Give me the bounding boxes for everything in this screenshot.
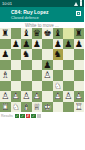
piece-outline: ♘ xyxy=(53,81,64,92)
square-h2[interactable]: ♟♙ xyxy=(74,91,85,102)
piece-outline: ♖ xyxy=(0,102,11,113)
piece-outline: ♖ xyxy=(74,102,85,113)
square-a5[interactable] xyxy=(0,60,11,71)
square-e6[interactable] xyxy=(42,49,53,60)
square-f8[interactable]: ♝ xyxy=(53,28,64,39)
piece-white-rook[interactable]: ♜♖ xyxy=(74,102,85,113)
square-b6[interactable] xyxy=(11,49,22,60)
square-c1[interactable]: ♝♗ xyxy=(21,102,32,113)
piece-black-pawn[interactable]: ♟ xyxy=(63,39,74,50)
status-time: 10:01 xyxy=(2,0,12,7)
piece-white-queen[interactable]: ♛♕ xyxy=(32,102,43,113)
square-e2[interactable] xyxy=(42,91,53,102)
square-c3[interactable] xyxy=(21,81,32,92)
square-f4[interactable] xyxy=(53,70,64,81)
square-h5[interactable] xyxy=(74,60,85,71)
result-3-incorrect: ✗ xyxy=(26,114,31,119)
square-e7[interactable] xyxy=(42,39,53,50)
square-c2[interactable]: ♟♙ xyxy=(21,91,32,102)
piece-black-bishop[interactable]: ♝ xyxy=(53,28,64,39)
square-g5[interactable] xyxy=(63,60,74,71)
piece-white-pawn[interactable]: ♟♙ xyxy=(63,91,74,102)
piece-black-knight[interactable]: ♞ xyxy=(53,49,64,60)
chess-board[interactable]: ♜♝♛♚♝♜♟♟♟♟♟♟♟♞♞♟♝♗♟♙♞♘♟♙♟♙♟♙♟♙♟♙♟♙♟♙♜♖♞♘… xyxy=(0,28,84,112)
square-f1[interactable] xyxy=(53,102,64,113)
square-g1[interactable] xyxy=(63,102,74,113)
piece-black-rook[interactable]: ♜ xyxy=(74,28,85,39)
piece-white-bishop[interactable]: ♝♗ xyxy=(0,70,11,81)
result-1-correct: ✓ xyxy=(15,114,20,119)
square-e5[interactable]: ♟ xyxy=(42,60,53,71)
square-a4[interactable]: ♝♗ xyxy=(0,70,11,81)
square-h6[interactable] xyxy=(74,49,85,60)
square-b2[interactable]: ♟♙ xyxy=(11,91,22,102)
piece-white-pawn[interactable]: ♟♙ xyxy=(0,91,11,102)
results-row: Results ✓✓✗✓ xyxy=(0,112,84,120)
piece-white-rook[interactable]: ♜♖ xyxy=(0,102,11,113)
piece-outline: ♕ xyxy=(32,102,43,113)
square-b1[interactable]: ♞♘ xyxy=(11,102,22,113)
piece-black-knight[interactable]: ♞ xyxy=(21,49,32,60)
square-e4[interactable]: ♟♙ xyxy=(42,70,53,81)
page-subtitle: Closed defence xyxy=(11,15,84,20)
piece-black-pawn[interactable]: ♟ xyxy=(53,39,64,50)
piece-white-knight[interactable]: ♞♘ xyxy=(11,102,22,113)
piece-outline: ♙ xyxy=(53,91,64,102)
square-b8[interactable] xyxy=(11,28,22,39)
piece-white-pawn[interactable]: ♟♙ xyxy=(21,91,32,102)
square-a2[interactable]: ♟♙ xyxy=(0,91,11,102)
square-e1[interactable]: ♚♔ xyxy=(42,102,53,113)
square-f5[interactable] xyxy=(53,60,64,71)
result-2-correct: ✓ xyxy=(20,114,25,119)
square-c7[interactable]: ♟ xyxy=(21,39,32,50)
piece-outline: ♙ xyxy=(74,91,85,102)
piece-outline: ♘ xyxy=(11,102,22,113)
piece-black-bishop[interactable]: ♝ xyxy=(21,28,32,39)
piece-black-pawn[interactable]: ♟ xyxy=(32,39,43,50)
square-f7[interactable]: ♟ xyxy=(53,39,64,50)
square-c5[interactable] xyxy=(21,60,32,71)
square-g8[interactable] xyxy=(63,28,74,39)
square-h1[interactable]: ♜♖ xyxy=(74,102,85,113)
board-flip-icon[interactable] xyxy=(76,11,81,16)
square-d8[interactable]: ♛ xyxy=(32,28,43,39)
piece-black-king[interactable]: ♚ xyxy=(42,28,53,39)
piece-outline: ♙ xyxy=(11,91,22,102)
status-bar: 10:01 xyxy=(0,0,84,7)
piece-white-pawn[interactable]: ♟♙ xyxy=(11,91,22,102)
square-b4[interactable] xyxy=(11,70,22,81)
square-g6[interactable] xyxy=(63,49,74,60)
piece-white-king[interactable]: ♚♔ xyxy=(42,102,53,113)
square-h7[interactable]: ♟ xyxy=(74,39,85,50)
square-g2[interactable]: ♟♙ xyxy=(63,91,74,102)
square-d3[interactable] xyxy=(32,81,43,92)
piece-outline: ♙ xyxy=(42,70,53,81)
square-g4[interactable] xyxy=(63,70,74,81)
piece-outline: ♙ xyxy=(0,91,11,102)
piece-black-rook[interactable]: ♜ xyxy=(0,28,11,39)
square-f6[interactable]: ♞ xyxy=(53,49,64,60)
square-d4[interactable] xyxy=(32,70,43,81)
piece-black-pawn[interactable]: ♟ xyxy=(21,39,32,50)
piece-black-queen[interactable]: ♛ xyxy=(32,28,43,39)
piece-outline: ♔ xyxy=(42,102,53,113)
square-g3[interactable] xyxy=(63,81,74,92)
square-b3[interactable] xyxy=(11,81,22,92)
square-a6[interactable]: ♟ xyxy=(0,49,11,60)
square-h4[interactable] xyxy=(74,70,85,81)
piece-white-knight[interactable]: ♞♘ xyxy=(53,81,64,92)
piece-white-pawn[interactable]: ♟♙ xyxy=(32,91,43,102)
square-e8[interactable]: ♚ xyxy=(42,28,53,39)
piece-outline: ♗ xyxy=(21,102,32,113)
result-5-pending xyxy=(37,114,42,119)
square-g7[interactable]: ♟ xyxy=(63,39,74,50)
piece-outline: ♙ xyxy=(21,91,32,102)
square-c8[interactable]: ♝ xyxy=(21,28,32,39)
piece-outline: ♙ xyxy=(63,91,74,102)
square-a8[interactable]: ♜ xyxy=(0,28,11,39)
results-label: Results xyxy=(1,114,13,118)
piece-black-pawn[interactable]: ♟ xyxy=(74,39,85,50)
piece-white-pawn[interactable]: ♟♙ xyxy=(74,91,85,102)
square-f3[interactable]: ♞♘ xyxy=(53,81,64,92)
piece-black-pawn[interactable]: ♟ xyxy=(11,39,22,50)
piece-black-pawn[interactable]: ♟ xyxy=(0,49,11,60)
piece-white-bishop[interactable]: ♝♗ xyxy=(21,102,32,113)
square-d5[interactable] xyxy=(32,60,43,71)
result-4-correct: ✓ xyxy=(31,114,36,119)
battery-icon xyxy=(80,1,83,6)
square-f2[interactable]: ♟♙ xyxy=(53,91,64,102)
square-h8[interactable]: ♜ xyxy=(74,28,85,39)
square-d2[interactable]: ♟♙ xyxy=(32,91,43,102)
piece-outline: ♙ xyxy=(32,91,43,102)
square-c6[interactable]: ♞ xyxy=(21,49,32,60)
square-c4[interactable] xyxy=(21,70,32,81)
square-a3[interactable] xyxy=(0,81,11,92)
square-d1[interactable]: ♛♕ xyxy=(32,102,43,113)
app-bar: C84: Ruy Lopez Closed defence xyxy=(0,7,84,22)
status-icons xyxy=(74,1,82,6)
empty-area xyxy=(0,120,84,150)
piece-black-pawn[interactable]: ♟ xyxy=(42,60,53,71)
square-h3[interactable] xyxy=(74,81,85,92)
piece-outline: ♗ xyxy=(0,70,11,81)
square-d6[interactable] xyxy=(32,49,43,60)
wifi-icon xyxy=(74,2,78,6)
square-a7[interactable] xyxy=(0,39,11,50)
square-b7[interactable]: ♟ xyxy=(11,39,22,50)
square-e3[interactable] xyxy=(42,81,53,92)
square-a1[interactable]: ♜♖ xyxy=(0,102,11,113)
piece-white-pawn[interactable]: ♟♙ xyxy=(42,70,53,81)
square-b5[interactable] xyxy=(11,60,22,71)
piece-white-pawn[interactable]: ♟♙ xyxy=(53,91,64,102)
square-d7[interactable]: ♟ xyxy=(32,39,43,50)
